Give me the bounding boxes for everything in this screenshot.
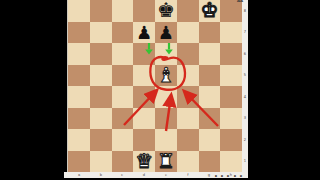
square-f1[interactable] (177, 151, 199, 173)
square-f5[interactable] (177, 65, 199, 87)
square-g4[interactable] (199, 86, 221, 108)
square-g8[interactable]: ♚ (199, 0, 221, 22)
piece-black-king[interactable]: ♚ (157, 0, 175, 22)
square-e7[interactable]: ♟ (155, 22, 177, 44)
square-c5[interactable] (112, 65, 134, 87)
square-h6[interactable] (220, 43, 242, 65)
square-c8[interactable] (112, 0, 134, 22)
square-e3[interactable] (155, 108, 177, 130)
square-f8[interactable] (177, 0, 199, 22)
file-label-b: b (98, 173, 103, 178)
square-b2[interactable] (90, 129, 112, 151)
square-b1[interactable] (90, 151, 112, 173)
square-h3[interactable] (220, 108, 242, 130)
square-a1[interactable] (68, 151, 90, 173)
square-h1[interactable] (220, 151, 242, 173)
square-f7[interactable] (177, 22, 199, 44)
rank-label-strip (242, 0, 248, 178)
file-label-a: a (77, 173, 82, 178)
square-g6[interactable] (199, 43, 221, 65)
piece-white-queen[interactable]: ♛ (135, 151, 153, 173)
rank-label-2: 2 (243, 138, 248, 143)
piece-white-bishop[interactable]: ♝ (157, 65, 175, 87)
square-d5[interactable] (133, 65, 155, 87)
square-c1[interactable] (112, 151, 134, 173)
square-e4[interactable] (155, 86, 177, 108)
square-a8[interactable] (68, 0, 90, 22)
file-label-g: g (207, 173, 212, 178)
square-c4[interactable] (112, 86, 134, 108)
file-label-d: d (142, 173, 147, 178)
square-a6[interactable] (68, 43, 90, 65)
square-c2[interactable] (112, 129, 134, 151)
square-a4[interactable] (68, 86, 90, 108)
footer-icon-1[interactable]: ▪ (214, 173, 219, 178)
rank-label-8: 8 (243, 9, 248, 14)
square-h2[interactable] (220, 129, 242, 151)
square-e1[interactable]: ♜ (155, 151, 177, 173)
app-window: ♚♚♟♟♝♛♜ AA 87654321abcdefgh▪▪▪▪▪ (0, 0, 320, 180)
piece-black-pawn[interactable]: ♟ (136, 22, 152, 44)
square-d6[interactable] (133, 43, 155, 65)
square-b6[interactable] (90, 43, 112, 65)
footer-icon-5[interactable]: ▪ (239, 173, 244, 178)
square-d1[interactable]: ♛ (133, 151, 155, 173)
square-h5[interactable] (220, 65, 242, 87)
square-d3[interactable] (133, 108, 155, 130)
corner-label: AA (237, 0, 243, 3)
footer-icon-2[interactable]: ▪ (220, 173, 225, 178)
square-f3[interactable] (177, 108, 199, 130)
square-f6[interactable] (177, 43, 199, 65)
square-e5[interactable]: ♝ (155, 65, 177, 87)
square-b8[interactable] (90, 0, 112, 22)
piece-white-rook[interactable]: ♜ (157, 151, 175, 173)
square-d7[interactable]: ♟ (133, 22, 155, 44)
piece-black-pawn[interactable]: ♟ (158, 22, 174, 44)
square-h4[interactable] (220, 86, 242, 108)
square-c3[interactable] (112, 108, 134, 130)
square-a7[interactable] (68, 22, 90, 44)
square-g1[interactable] (199, 151, 221, 173)
footer-icon-4[interactable]: ▪ (232, 173, 237, 178)
rank-label-7: 7 (243, 30, 248, 35)
piece-white-king[interactable]: ♚ (200, 0, 218, 22)
square-g5[interactable] (199, 65, 221, 87)
square-b3[interactable] (90, 108, 112, 130)
square-a3[interactable] (68, 108, 90, 130)
file-label-c: c (120, 173, 125, 178)
file-label-e: e (164, 173, 169, 178)
footer-icon-3[interactable]: ▪ (226, 173, 231, 178)
square-e6[interactable] (155, 43, 177, 65)
square-h7[interactable] (220, 22, 242, 44)
square-b4[interactable] (90, 86, 112, 108)
square-g7[interactable] (199, 22, 221, 44)
square-g3[interactable] (199, 108, 221, 130)
square-a5[interactable] (68, 65, 90, 87)
square-b5[interactable] (90, 65, 112, 87)
square-g2[interactable] (199, 129, 221, 151)
square-d4[interactable] (133, 86, 155, 108)
file-label-f: f (185, 173, 190, 178)
square-b7[interactable] (90, 22, 112, 44)
rank-label-5: 5 (243, 73, 248, 78)
square-d2[interactable] (133, 129, 155, 151)
rank-label-3: 3 (243, 116, 248, 121)
square-c7[interactable] (112, 22, 134, 44)
square-a2[interactable] (68, 129, 90, 151)
rank-label-4: 4 (243, 95, 248, 100)
square-f2[interactable] (177, 129, 199, 151)
square-c6[interactable] (112, 43, 134, 65)
square-f4[interactable] (177, 86, 199, 108)
square-e2[interactable] (155, 129, 177, 151)
square-d8[interactable] (133, 0, 155, 22)
square-e8[interactable]: ♚ (155, 0, 177, 22)
rank-label-6: 6 (243, 52, 248, 57)
chess-board[interactable]: ♚♚♟♟♝♛♜ (68, 0, 242, 172)
rank-label-1: 1 (243, 159, 248, 164)
